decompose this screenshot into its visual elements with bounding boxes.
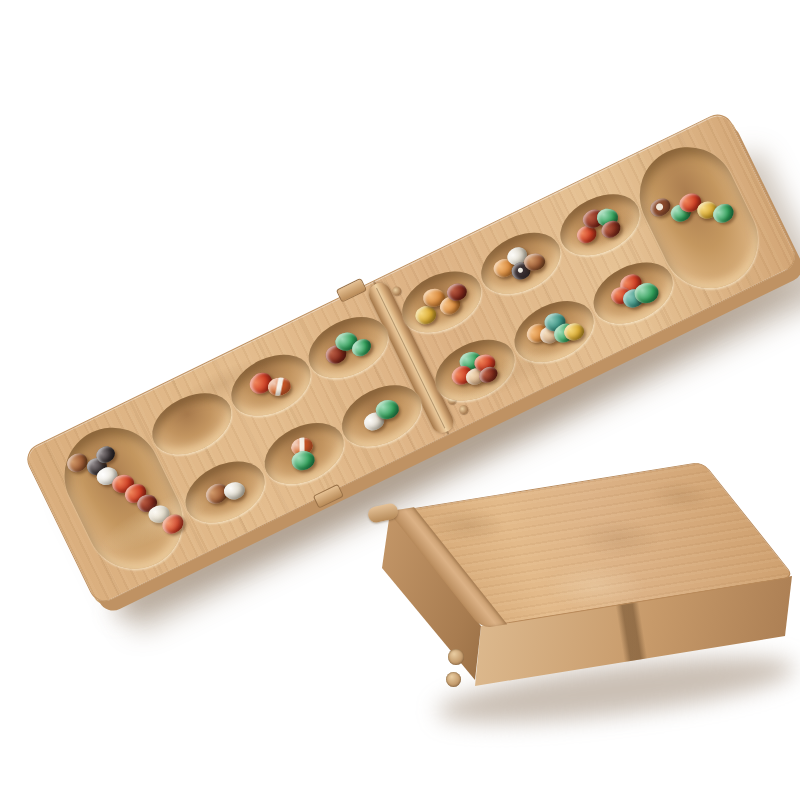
hinge-pin bbox=[448, 649, 464, 665]
product-photo-scene bbox=[0, 0, 800, 800]
pit-far-1[interactable] bbox=[142, 381, 241, 466]
hinge-pin bbox=[458, 404, 470, 416]
latch-tab bbox=[336, 278, 367, 303]
hinge-pin bbox=[446, 672, 461, 687]
